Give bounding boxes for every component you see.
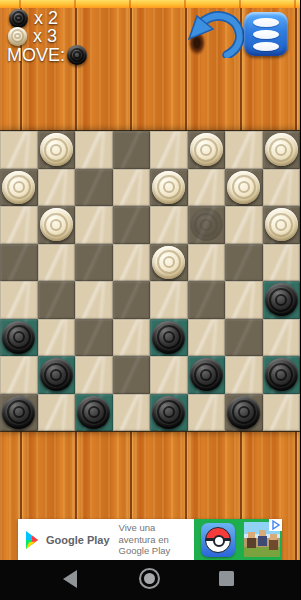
white-piece-icon [8, 27, 27, 46]
square-r7-c5 [188, 394, 226, 432]
square-r0-c0 [0, 131, 38, 169]
hamburger-menu-icon [253, 18, 279, 27]
square-r2-c5[interactable] [188, 206, 226, 244]
black-piece[interactable] [2, 321, 35, 354]
black-captured-counter: x 2 [9, 8, 58, 28]
square-r0-c2 [75, 131, 113, 169]
square-r1-c7 [263, 169, 301, 207]
square-r7-c0[interactable] [0, 394, 38, 432]
square-r7-c2[interactable] [75, 394, 113, 432]
square-r3-c1 [38, 244, 76, 282]
white-piece[interactable] [2, 171, 35, 204]
square-r6-c1[interactable] [38, 356, 76, 394]
square-r6-c2 [75, 356, 113, 394]
nav-home-button[interactable] [139, 568, 160, 589]
white-piece[interactable] [265, 133, 298, 166]
ad-banner[interactable]: Google Play Vive una aventura en Google … [18, 519, 282, 560]
square-r1-c1 [38, 169, 76, 207]
square-r1-c4[interactable] [150, 169, 188, 207]
square-r3-c2[interactable] [75, 244, 113, 282]
black-piece-icon [9, 9, 28, 28]
square-r5-c5 [188, 319, 226, 357]
black-piece[interactable] [152, 321, 185, 354]
square-r6-c7[interactable] [263, 356, 301, 394]
square-r5-c2[interactable] [75, 319, 113, 357]
undo-arrow-icon [189, 16, 240, 55]
square-r4-c4 [150, 281, 188, 319]
square-r1-c5 [188, 169, 226, 207]
square-r3-c0[interactable] [0, 244, 38, 282]
black-piece[interactable] [227, 396, 260, 429]
move-side-black-piece-icon [67, 45, 87, 65]
move-label: MOVE: [7, 45, 65, 65]
black-captured-count: x 2 [34, 8, 58, 28]
square-r5-c7 [263, 319, 301, 357]
white-piece[interactable] [40, 133, 73, 166]
white-piece[interactable] [152, 171, 185, 204]
square-r0-c4 [150, 131, 188, 169]
black-piece[interactable] [2, 396, 35, 429]
square-r4-c0 [0, 281, 38, 319]
square-r1-c2[interactable] [75, 169, 113, 207]
square-r2-c7[interactable] [263, 206, 301, 244]
square-r7-c6[interactable] [225, 394, 263, 432]
black-piece[interactable] [40, 358, 73, 391]
square-r7-c7 [263, 394, 301, 432]
nav-recents-button[interactable] [219, 571, 234, 586]
square-r2-c3[interactable] [113, 206, 151, 244]
white-piece[interactable] [40, 208, 73, 241]
square-r1-c3 [113, 169, 151, 207]
white-captured-count: x 3 [33, 26, 57, 46]
square-r5-c6[interactable] [225, 319, 263, 357]
square-r3-c3 [113, 244, 151, 282]
white-piece[interactable] [265, 208, 298, 241]
square-r0-c1[interactable] [38, 131, 76, 169]
google-play-label: Google Play [46, 534, 110, 546]
square-r0-c7[interactable] [263, 131, 301, 169]
square-r1-c6[interactable] [225, 169, 263, 207]
move-indicator: MOVE: [7, 45, 87, 65]
square-r3-c5 [188, 244, 226, 282]
square-r3-c4[interactable] [150, 244, 188, 282]
undo-button[interactable] [187, 11, 245, 58]
square-r2-c1[interactable] [38, 206, 76, 244]
square-r5-c3 [113, 319, 151, 357]
square-r3-c6[interactable] [225, 244, 263, 282]
pokemon-go-app-icon[interactable] [201, 523, 235, 557]
square-r4-c2 [75, 281, 113, 319]
square-r2-c6 [225, 206, 263, 244]
pokeball-icon [205, 527, 231, 553]
square-r4-c5[interactable] [188, 281, 226, 319]
black-piece[interactable] [190, 358, 223, 391]
black-piece[interactable] [77, 396, 110, 429]
nav-home-icon [144, 573, 155, 584]
status-bar [0, 0, 300, 8]
square-r7-c4[interactable] [150, 394, 188, 432]
square-r6-c3[interactable] [113, 356, 151, 394]
square-r4-c3[interactable] [113, 281, 151, 319]
square-r7-c1 [38, 394, 76, 432]
adchoices-icon[interactable] [269, 519, 282, 531]
ad-green-panel [194, 519, 242, 560]
square-r6-c4 [150, 356, 188, 394]
square-r2-c2 [75, 206, 113, 244]
square-r7-c3 [113, 394, 151, 432]
square-r4-c6 [225, 281, 263, 319]
white-piece[interactable] [227, 171, 260, 204]
square-r1-c0[interactable] [0, 169, 38, 207]
square-r5-c1 [38, 319, 76, 357]
black-piece[interactable] [152, 396, 185, 429]
square-r6-c0 [0, 356, 38, 394]
black-piece[interactable] [265, 283, 298, 316]
black-piece-ghost [190, 208, 223, 241]
ad-text: Vive una aventura en Google Play [119, 522, 183, 557]
white-piece[interactable] [190, 133, 223, 166]
black-piece[interactable] [265, 358, 298, 391]
square-r2-c4 [150, 206, 188, 244]
white-captured-counter: x 3 [8, 26, 57, 46]
google-play-logo-icon [25, 531, 41, 549]
square-r4-c1[interactable] [38, 281, 76, 319]
square-r0-c5[interactable] [188, 131, 226, 169]
board [0, 131, 300, 431]
square-r2-c0 [0, 206, 38, 244]
square-r4-c7[interactable] [263, 281, 301, 319]
nav-back-button[interactable] [63, 570, 77, 588]
square-r5-c4[interactable] [150, 319, 188, 357]
square-r0-c3[interactable] [113, 131, 151, 169]
square-r0-c6 [225, 131, 263, 169]
square-r6-c6 [225, 356, 263, 394]
menu-button[interactable] [244, 12, 288, 56]
white-piece[interactable] [152, 246, 185, 279]
square-r6-c5[interactable] [188, 356, 226, 394]
square-r5-c0[interactable] [0, 319, 38, 357]
square-r3-c7 [263, 244, 301, 282]
